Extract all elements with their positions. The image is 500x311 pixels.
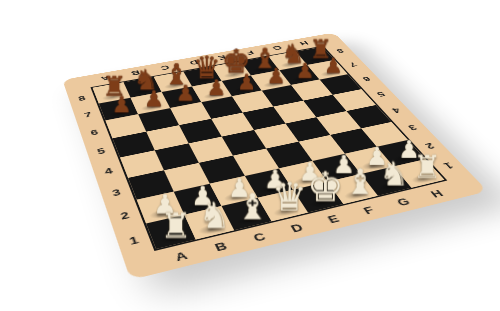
black-pawn[interactable]: ♟ (112, 94, 132, 116)
black-pawn[interactable]: ♟ (267, 66, 286, 87)
rank-label-1: 1 (114, 223, 154, 256)
square-b4[interactable] (155, 143, 199, 170)
white-bishop[interactable]: ♝ (236, 188, 269, 224)
black-pawn[interactable]: ♟ (207, 77, 226, 99)
chess-board: ABCDEFGH 87654321 87654321 ABCDEFGH ♜♞♝♛… (62, 32, 487, 279)
white-rook[interactable]: ♜ (413, 151, 441, 183)
white-bishop[interactable]: ♝ (345, 164, 376, 199)
black-pawn[interactable]: ♟ (176, 82, 196, 104)
square-b5[interactable] (146, 125, 188, 150)
white-knight[interactable]: ♞ (379, 157, 409, 190)
black-pawn[interactable]: ♟ (237, 71, 256, 92)
white-queen[interactable]: ♛ (272, 176, 307, 215)
black-pawn[interactable]: ♟ (296, 60, 315, 81)
white-knight[interactable]: ♞ (199, 198, 231, 234)
product-photo-background: ABCDEFGH 87654321 87654321 ABCDEFGH ♜♞♝♛… (0, 0, 500, 311)
white-king[interactable]: ♚ (307, 166, 344, 207)
scene: ABCDEFGH 87654321 87654321 ABCDEFGH ♜♞♝♛… (0, 0, 500, 311)
black-pawn[interactable]: ♟ (144, 88, 164, 110)
white-rook[interactable]: ♜ (160, 208, 191, 243)
board-border: ABCDEFGH 87654321 87654321 ABCDEFGH ♜♞♝♛… (62, 32, 487, 279)
